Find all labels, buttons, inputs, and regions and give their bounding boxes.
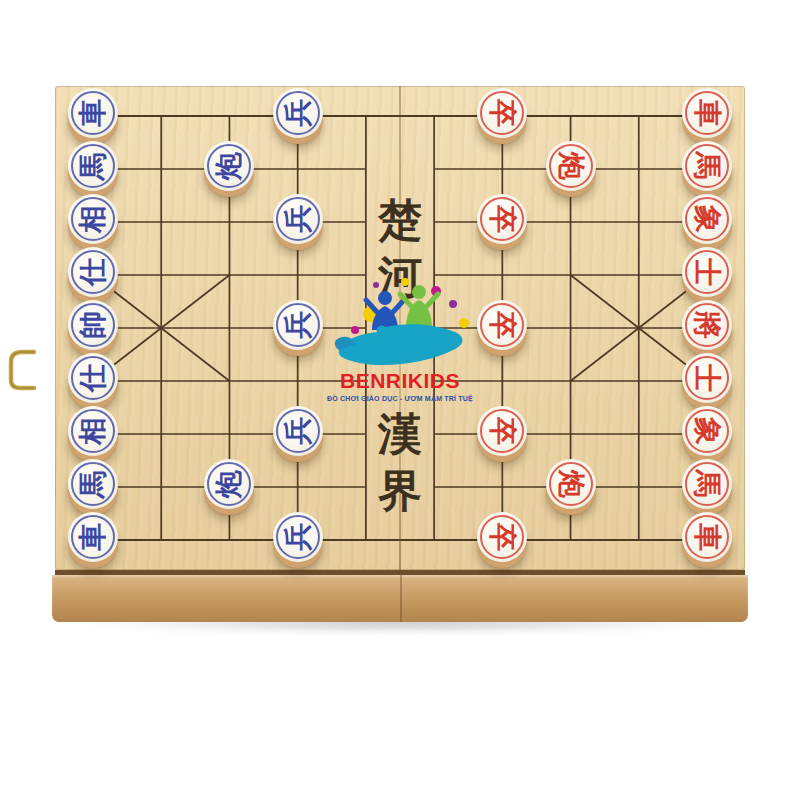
- piece-character: 卒: [488, 523, 516, 551]
- piece-character: 卒: [488, 99, 516, 127]
- piece-blue-soldier[interactable]: 兵: [273, 512, 323, 562]
- piece-character: 相: [79, 205, 107, 233]
- piece-red-elephant[interactable]: 象: [682, 406, 732, 456]
- piece-blue-soldier[interactable]: 兵: [273, 88, 323, 138]
- piece-blue-elephant[interactable]: 相: [68, 194, 118, 244]
- piece-red-soldier[interactable]: 卒: [477, 406, 527, 456]
- xiangqi-board: 楚河 漢界: [55, 86, 745, 570]
- benrikids-logo: BENRIKIDS ĐỒ CHƠI GIÁO DỤC - ƯƠM MẦM TRÍ…: [313, 274, 487, 420]
- piece-red-chariot[interactable]: 車: [682, 512, 732, 562]
- piece-character: 象: [693, 205, 721, 233]
- piece-character: 相: [79, 417, 107, 445]
- piece-red-cannon[interactable]: 炮: [546, 459, 596, 509]
- product-photo-scene: 楚河 漢界: [0, 0, 800, 800]
- piece-blue-soldier[interactable]: 兵: [273, 300, 323, 350]
- river-label-han-jie: 漢界: [366, 406, 434, 520]
- piece-blue-general[interactable]: 帥: [68, 300, 118, 350]
- river-character: 楚: [366, 192, 434, 249]
- piece-red-advisor[interactable]: 士: [682, 353, 732, 403]
- brand-text: BENRIKIDS: [313, 369, 487, 393]
- piece-blue-horse[interactable]: 馬: [68, 459, 118, 509]
- piece-red-advisor[interactable]: 士: [682, 247, 732, 297]
- piece-character: 車: [693, 99, 721, 127]
- piece-red-cannon[interactable]: 炮: [546, 141, 596, 191]
- piece-character: 兵: [284, 205, 312, 233]
- piece-blue-chariot[interactable]: 車: [68, 88, 118, 138]
- folding-box-front: [52, 575, 748, 622]
- piece-character: 炮: [215, 470, 243, 498]
- piece-blue-horse[interactable]: 馬: [68, 141, 118, 191]
- piece-red-soldier[interactable]: 卒: [477, 88, 527, 138]
- piece-character: 帥: [79, 311, 107, 339]
- piece-character: 兵: [284, 417, 312, 445]
- piece-character: 馬: [693, 152, 721, 180]
- piece-character: 卒: [488, 311, 516, 339]
- piece-character: 卒: [488, 417, 516, 445]
- piece-character: 兵: [284, 311, 312, 339]
- piece-character: 車: [693, 523, 721, 551]
- piece-red-horse[interactable]: 馬: [682, 459, 732, 509]
- piece-character: 炮: [215, 152, 243, 180]
- figure-green-person-icon: [400, 285, 438, 328]
- piece-blue-soldier[interactable]: 兵: [273, 194, 323, 244]
- piece-blue-advisor[interactable]: 仕: [68, 353, 118, 403]
- piece-red-general[interactable]: 將: [682, 300, 732, 350]
- box-front-seam: [400, 575, 402, 622]
- piece-blue-advisor[interactable]: 仕: [68, 247, 118, 297]
- piece-character: 士: [693, 364, 721, 392]
- piece-character: 馬: [79, 470, 107, 498]
- piece-blue-soldier[interactable]: 兵: [273, 406, 323, 456]
- figure-blue-person-icon: [366, 291, 404, 330]
- brand-tagline: ĐỒ CHƠI GIÁO DỤC - ƯƠM MẦM TRÍ TUỆ: [313, 395, 487, 402]
- piece-character: 仕: [79, 364, 107, 392]
- piece-red-chariot[interactable]: 車: [682, 88, 732, 138]
- piece-character: 兵: [284, 523, 312, 551]
- piece-character: 卒: [488, 205, 516, 233]
- piece-blue-chariot[interactable]: 車: [68, 512, 118, 562]
- river-character: 界: [366, 463, 434, 520]
- piece-red-horse[interactable]: 馬: [682, 141, 732, 191]
- logo-figures-and-hand-icon: [313, 274, 487, 370]
- piece-character: 馬: [693, 470, 721, 498]
- piece-character: 炮: [557, 470, 585, 498]
- piece-character: 象: [693, 417, 721, 445]
- piece-character: 車: [79, 523, 107, 551]
- logo-hand-icon: [335, 324, 463, 365]
- piece-red-soldier[interactable]: 卒: [477, 194, 527, 244]
- piece-character: 將: [693, 311, 721, 339]
- piece-character: 士: [693, 258, 721, 286]
- metal-clasp-icon: [6, 346, 36, 394]
- piece-character: 仕: [79, 258, 107, 286]
- piece-character: 兵: [284, 99, 312, 127]
- piece-red-elephant[interactable]: 象: [682, 194, 732, 244]
- piece-character: 馬: [79, 152, 107, 180]
- piece-character: 車: [79, 99, 107, 127]
- piece-red-soldier[interactable]: 卒: [477, 512, 527, 562]
- piece-blue-elephant[interactable]: 相: [68, 406, 118, 456]
- piece-red-soldier[interactable]: 卒: [477, 300, 527, 350]
- piece-character: 炮: [557, 152, 585, 180]
